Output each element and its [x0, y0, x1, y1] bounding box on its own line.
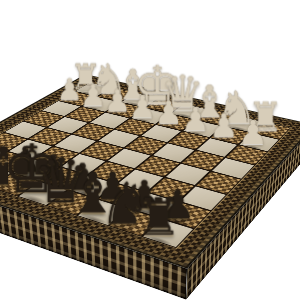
photo-scene: ♜♞♝♚♛♝♞♜♟♟♟♟♟♟♟♟♟♟♟♟♟♟♟♟♜♞♝♚♛♝♞♜ — [0, 0, 300, 300]
rook-glyph: ♜ — [103, 194, 215, 243]
chess-set-photo: ♜♞♝♚♛♝♞♜♟♟♟♟♟♟♟♟♟♟♟♟♟♟♟♟♜♞♝♚♛♝♞♜ — [0, 0, 300, 300]
pawn-glyph: ♟ — [208, 117, 298, 148]
